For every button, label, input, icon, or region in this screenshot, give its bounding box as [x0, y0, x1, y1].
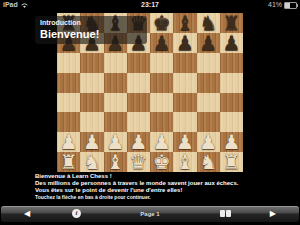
square-a5[interactable]: [57, 73, 80, 93]
square-h1[interactable]: ♜: [220, 152, 243, 172]
black-pawn-icon[interactable]: ♟: [173, 32, 196, 52]
white-queen-icon[interactable]: ♛: [127, 152, 150, 172]
square-c5[interactable]: [104, 73, 127, 93]
square-b4[interactable]: [80, 93, 103, 113]
white-king-icon[interactable]: ♚: [150, 152, 173, 172]
intro-overlay: Introduction Bienvenue!: [35, 16, 147, 44]
square-d4[interactable]: [127, 93, 150, 113]
square-h4[interactable]: [220, 93, 243, 113]
bottom-toolbar: ◀ i Page 1 ▶: [1, 206, 299, 222]
square-a4[interactable]: [57, 93, 80, 113]
square-b6[interactable]: [80, 53, 103, 73]
next-page-button[interactable]: ▶: [270, 206, 276, 222]
overlay-section-label: Introduction: [40, 19, 142, 26]
square-b5[interactable]: [80, 73, 103, 93]
message-line-1: Bienvenue à Learn Chess !: [35, 173, 296, 180]
square-b1[interactable]: ♞: [80, 152, 103, 172]
black-pawn-icon[interactable]: ♟: [150, 32, 173, 52]
square-f7[interactable]: ♟: [173, 33, 196, 53]
black-pawn-icon[interactable]: ♟: [220, 32, 243, 52]
white-knight-icon[interactable]: ♞: [197, 152, 220, 172]
white-bishop-icon[interactable]: ♝: [104, 152, 127, 172]
square-h7[interactable]: ♟: [220, 33, 243, 53]
square-h5[interactable]: [220, 73, 243, 93]
clock: 23:17: [0, 0, 300, 10]
square-g7[interactable]: ♟: [197, 33, 220, 53]
battery-icon: [284, 2, 297, 9]
square-c1[interactable]: ♝: [104, 152, 127, 172]
battery-percent: 41%: [268, 0, 282, 10]
square-d1[interactable]: ♛: [127, 152, 150, 172]
white-rook-icon[interactable]: ♜: [220, 152, 243, 172]
page-indicator: Page 1: [1, 206, 299, 222]
square-g5[interactable]: [197, 73, 220, 93]
square-c4[interactable]: [104, 93, 127, 113]
square-a6[interactable]: [57, 53, 80, 73]
message-panel: Bienvenue à Learn Chess ! Des millions d…: [35, 173, 296, 201]
white-rook-icon[interactable]: ♜: [57, 152, 80, 172]
square-g4[interactable]: [197, 93, 220, 113]
book-pages-icon: [220, 210, 225, 217]
overlay-title: Bienvenue!: [40, 28, 142, 40]
book-pages-button[interactable]: [220, 210, 231, 217]
message-hint: Touchez la flèche en bas à droite pour c…: [35, 194, 296, 201]
square-a1[interactable]: ♜: [57, 152, 80, 172]
square-e5[interactable]: [150, 73, 173, 93]
white-bishop-icon[interactable]: ♝: [173, 152, 196, 172]
square-f6[interactable]: [173, 53, 196, 73]
square-e7[interactable]: ♟: [150, 33, 173, 53]
message-line-3: Vous êtes sur le point de devenir l'une …: [35, 187, 296, 194]
square-h6[interactable]: [220, 53, 243, 73]
square-c6[interactable]: [104, 53, 127, 73]
status-bar: iPad 23:17 41%: [0, 0, 300, 10]
square-f4[interactable]: [173, 93, 196, 113]
square-f5[interactable]: [173, 73, 196, 93]
square-d5[interactable]: [127, 73, 150, 93]
square-e1[interactable]: ♚: [150, 152, 173, 172]
white-knight-icon[interactable]: ♞: [80, 152, 103, 172]
square-e4[interactable]: [150, 93, 173, 113]
message-line-2: Des millions de personnes à travers le m…: [35, 180, 296, 187]
book-pages-icon: [226, 210, 231, 217]
black-pawn-icon[interactable]: ♟: [197, 32, 220, 52]
square-e6[interactable]: [150, 53, 173, 73]
square-g6[interactable]: [197, 53, 220, 73]
square-g1[interactable]: ♞: [197, 152, 220, 172]
square-f1[interactable]: ♝: [173, 152, 196, 172]
square-d6[interactable]: [127, 53, 150, 73]
